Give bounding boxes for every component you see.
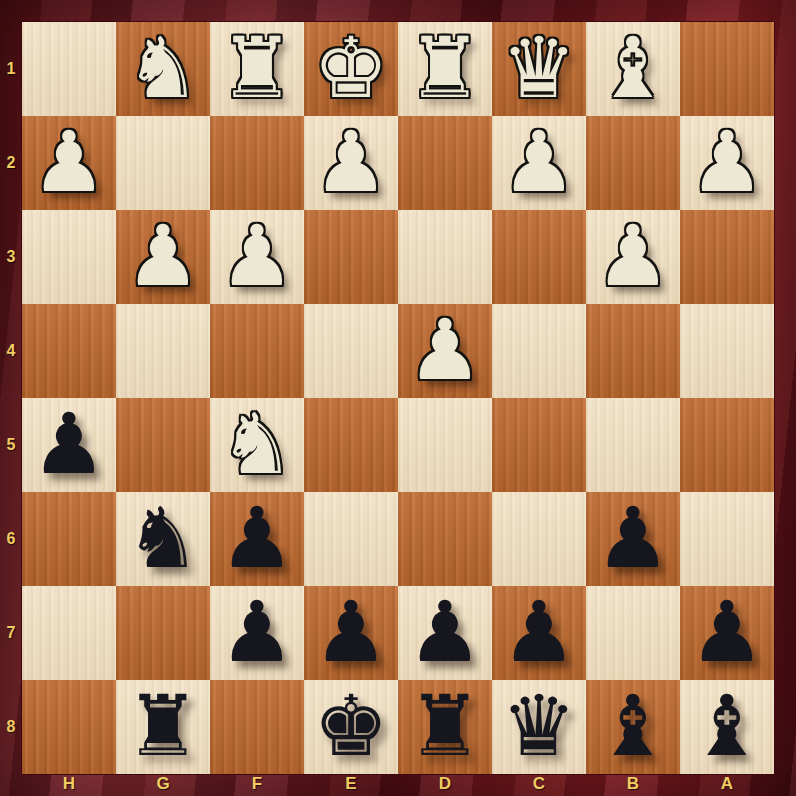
square-a7[interactable]: ♟ [680, 586, 774, 680]
rank-label-5: 5 [0, 398, 22, 492]
file-label-f: F [210, 772, 304, 795]
black-bishop[interactable]: ♝ [586, 680, 680, 774]
square-a1[interactable] [680, 22, 774, 116]
white-pawn[interactable]: ♟ [116, 210, 210, 304]
white-pawn[interactable]: ♟ [680, 116, 774, 210]
square-e6[interactable] [304, 492, 398, 586]
square-g5[interactable] [116, 398, 210, 492]
square-d3[interactable] [398, 210, 492, 304]
square-g3[interactable]: ♟ [116, 210, 210, 304]
file-label-c: C [492, 772, 586, 795]
square-h5[interactable]: ♟ [22, 398, 116, 492]
square-d5[interactable] [398, 398, 492, 492]
black-pawn[interactable]: ♟ [680, 586, 774, 680]
square-g2[interactable] [116, 116, 210, 210]
square-f3[interactable]: ♟ [210, 210, 304, 304]
white-rook[interactable]: ♜ [210, 22, 304, 116]
rank-label-1: 1 [0, 22, 22, 116]
file-label-g: G [116, 772, 210, 795]
white-pawn[interactable]: ♟ [304, 116, 398, 210]
black-rook[interactable]: ♜ [398, 680, 492, 774]
black-pawn[interactable]: ♟ [210, 492, 304, 586]
white-pawn[interactable]: ♟ [210, 210, 304, 304]
square-g1[interactable]: ♞ [116, 22, 210, 116]
white-knight[interactable]: ♞ [116, 22, 210, 116]
black-pawn[interactable]: ♟ [210, 586, 304, 680]
black-king[interactable]: ♚ [304, 680, 398, 774]
file-label-b: B [586, 772, 680, 795]
square-a5[interactable] [680, 398, 774, 492]
square-f5[interactable]: ♞ [210, 398, 304, 492]
square-e1[interactable]: ♚ [304, 22, 398, 116]
square-a3[interactable] [680, 210, 774, 304]
square-c5[interactable] [492, 398, 586, 492]
square-h8[interactable] [22, 680, 116, 774]
white-pawn[interactable]: ♟ [586, 210, 680, 304]
chess-board: ♞♜♚♜♛♝♟♟♟♟♟♟♟♟♟♞♞♟♟♟♟♟♟♟♜♚♜♛♝♝ [22, 22, 774, 774]
black-knight[interactable]: ♞ [116, 492, 210, 586]
square-d8[interactable]: ♜ [398, 680, 492, 774]
rank-label-6: 6 [0, 492, 22, 586]
square-c1[interactable]: ♛ [492, 22, 586, 116]
black-queen[interactable]: ♛ [492, 680, 586, 774]
square-e3[interactable] [304, 210, 398, 304]
black-pawn[interactable]: ♟ [398, 586, 492, 680]
white-rook[interactable]: ♜ [398, 22, 492, 116]
white-king[interactable]: ♚ [304, 22, 398, 116]
square-h3[interactable] [22, 210, 116, 304]
square-h4[interactable] [22, 304, 116, 398]
square-g6[interactable]: ♞ [116, 492, 210, 586]
square-g7[interactable] [116, 586, 210, 680]
black-rook[interactable]: ♜ [116, 680, 210, 774]
square-a8[interactable]: ♝ [680, 680, 774, 774]
black-pawn[interactable]: ♟ [586, 492, 680, 586]
square-e8[interactable]: ♚ [304, 680, 398, 774]
square-d7[interactable]: ♟ [398, 586, 492, 680]
square-a6[interactable] [680, 492, 774, 586]
white-bishop[interactable]: ♝ [586, 22, 680, 116]
black-bishop[interactable]: ♝ [680, 680, 774, 774]
square-f1[interactable]: ♜ [210, 22, 304, 116]
square-a2[interactable]: ♟ [680, 116, 774, 210]
square-b5[interactable] [586, 398, 680, 492]
white-knight[interactable]: ♞ [210, 398, 304, 492]
rank-label-4: 4 [0, 304, 22, 398]
square-b4[interactable] [586, 304, 680, 398]
square-h2[interactable]: ♟ [22, 116, 116, 210]
square-b2[interactable] [586, 116, 680, 210]
file-label-a: A [680, 772, 774, 795]
square-d4[interactable]: ♟ [398, 304, 492, 398]
white-pawn[interactable]: ♟ [492, 116, 586, 210]
file-label-d: D [398, 772, 492, 795]
square-h7[interactable] [22, 586, 116, 680]
black-pawn[interactable]: ♟ [22, 398, 116, 492]
square-g4[interactable] [116, 304, 210, 398]
square-b1[interactable]: ♝ [586, 22, 680, 116]
square-d2[interactable] [398, 116, 492, 210]
board-frame: ♞♜♚♜♛♝♟♟♟♟♟♟♟♟♟♞♞♟♟♟♟♟♟♟♜♚♜♛♝♝ 12345678H… [0, 0, 796, 796]
square-e7[interactable]: ♟ [304, 586, 398, 680]
square-h1[interactable] [22, 22, 116, 116]
square-h6[interactable] [22, 492, 116, 586]
square-a4[interactable] [680, 304, 774, 398]
square-c7[interactable]: ♟ [492, 586, 586, 680]
square-c8[interactable]: ♛ [492, 680, 586, 774]
square-e4[interactable] [304, 304, 398, 398]
square-f6[interactable]: ♟ [210, 492, 304, 586]
square-c4[interactable] [492, 304, 586, 398]
square-g8[interactable]: ♜ [116, 680, 210, 774]
black-pawn[interactable]: ♟ [304, 586, 398, 680]
file-label-e: E [304, 772, 398, 795]
square-b7[interactable] [586, 586, 680, 680]
rank-label-7: 7 [0, 586, 22, 680]
square-e2[interactable]: ♟ [304, 116, 398, 210]
square-b6[interactable]: ♟ [586, 492, 680, 586]
rank-label-2: 2 [0, 116, 22, 210]
square-d6[interactable] [398, 492, 492, 586]
square-f4[interactable] [210, 304, 304, 398]
rank-label-3: 3 [0, 210, 22, 304]
white-queen[interactable]: ♛ [492, 22, 586, 116]
file-label-h: H [22, 772, 116, 795]
white-pawn[interactable]: ♟ [22, 116, 116, 210]
rank-label-8: 8 [0, 680, 22, 774]
square-b3[interactable]: ♟ [586, 210, 680, 304]
square-e5[interactable] [304, 398, 398, 492]
square-c3[interactable] [492, 210, 586, 304]
square-b8[interactable]: ♝ [586, 680, 680, 774]
square-f2[interactable] [210, 116, 304, 210]
square-c6[interactable] [492, 492, 586, 586]
square-c2[interactable]: ♟ [492, 116, 586, 210]
white-pawn[interactable]: ♟ [398, 304, 492, 398]
square-d1[interactable]: ♜ [398, 22, 492, 116]
square-f8[interactable] [210, 680, 304, 774]
black-pawn[interactable]: ♟ [492, 586, 586, 680]
square-f7[interactable]: ♟ [210, 586, 304, 680]
